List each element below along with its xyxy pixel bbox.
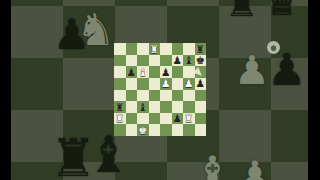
square-b8[interactable] bbox=[126, 43, 138, 55]
square-g6[interactable] bbox=[183, 66, 195, 78]
square-d4[interactable] bbox=[149, 90, 161, 102]
square-e7[interactable] bbox=[160, 55, 172, 67]
square-a1[interactable] bbox=[114, 124, 126, 136]
bg-black-rook-icon: ♜ bbox=[225, 0, 259, 22]
bg-black-bishop-icon: ♝ bbox=[86, 130, 131, 180]
square-a3[interactable]: ♜ bbox=[114, 101, 126, 113]
square-d6[interactable] bbox=[149, 66, 161, 78]
bg-white-bishop-icon: ♝ bbox=[192, 150, 233, 180]
square-e8[interactable] bbox=[160, 43, 172, 55]
move-quality-badge bbox=[267, 41, 280, 54]
square-g7[interactable]: ♝ bbox=[183, 55, 195, 67]
square-d3[interactable] bbox=[149, 101, 161, 113]
square-b1[interactable] bbox=[126, 124, 138, 136]
square-d1[interactable] bbox=[149, 124, 161, 136]
white-pawn-piece: ♟ bbox=[161, 78, 170, 89]
square-f6[interactable] bbox=[172, 66, 184, 78]
square-h7[interactable]: ♚ bbox=[195, 55, 207, 67]
square-g3[interactable] bbox=[183, 101, 195, 113]
white-rook-piece: ♜ bbox=[184, 113, 193, 124]
square-e2[interactable] bbox=[160, 113, 172, 125]
black-bishop-piece: ♝ bbox=[184, 55, 193, 66]
black-pawn-piece: ♟ bbox=[161, 67, 170, 78]
square-f3[interactable] bbox=[172, 101, 184, 113]
black-pawn-piece: ♟ bbox=[173, 55, 182, 66]
square-f5[interactable] bbox=[172, 78, 184, 90]
square-f2[interactable]: ♟ bbox=[172, 113, 184, 125]
square-f7[interactable]: ♟ bbox=[172, 55, 184, 67]
square-a2[interactable]: ♜ bbox=[114, 113, 126, 125]
black-pawn-piece: ♟ bbox=[173, 113, 182, 124]
bg-white-knight-icon: ♞ bbox=[76, 8, 115, 52]
bg-black-queen-icon: ♛ bbox=[263, 0, 301, 22]
bg-white-pawn-icon: ♟ bbox=[236, 156, 274, 180]
black-king-piece: ♚ bbox=[196, 55, 205, 66]
black-rook-piece: ♜ bbox=[196, 44, 205, 55]
bg-white-pawn-icon: ♟ bbox=[234, 50, 270, 90]
white-bishop-piece: ♝ bbox=[138, 67, 147, 78]
square-h3[interactable] bbox=[195, 101, 207, 113]
square-b5[interactable] bbox=[126, 78, 138, 90]
square-f8[interactable] bbox=[172, 43, 184, 55]
square-g1[interactable] bbox=[183, 124, 195, 136]
square-c3[interactable]: ♝ bbox=[137, 101, 149, 113]
square-b3[interactable] bbox=[126, 101, 138, 113]
video-frame: ♟♞♜♛♟♟♜♝♝♟ ♜♜♟♝♚♟♝♟♟♟♟♜♝♜♟♜♚ bbox=[0, 0, 320, 180]
square-e6[interactable]: ♟ bbox=[160, 66, 172, 78]
square-h1[interactable] bbox=[195, 124, 207, 136]
square-a5[interactable] bbox=[114, 78, 126, 90]
square-d8[interactable]: ♜ bbox=[149, 43, 161, 55]
square-d2[interactable] bbox=[149, 113, 161, 125]
square-b6[interactable]: ♟ bbox=[126, 66, 138, 78]
white-rook-piece: ♜ bbox=[115, 113, 124, 124]
square-d5[interactable] bbox=[149, 78, 161, 90]
square-g5[interactable]: ♟ bbox=[183, 78, 195, 90]
square-b7[interactable] bbox=[126, 55, 138, 67]
square-c7[interactable] bbox=[137, 55, 149, 67]
bg-black-pawn-icon: ♟ bbox=[267, 48, 306, 92]
square-e1[interactable] bbox=[160, 124, 172, 136]
square-g8[interactable] bbox=[183, 43, 195, 55]
square-f4[interactable] bbox=[172, 90, 184, 102]
square-h2[interactable] bbox=[195, 113, 207, 125]
square-e4[interactable] bbox=[160, 90, 172, 102]
black-pawn-piece: ♟ bbox=[127, 67, 136, 78]
square-h4[interactable] bbox=[195, 90, 207, 102]
white-king-piece: ♚ bbox=[138, 125, 147, 136]
square-a7[interactable] bbox=[114, 55, 126, 67]
black-rook-piece: ♜ bbox=[115, 102, 124, 113]
square-f1[interactable] bbox=[172, 124, 184, 136]
square-b4[interactable] bbox=[126, 90, 138, 102]
black-bishop-piece: ♝ bbox=[138, 102, 147, 113]
square-h8[interactable]: ♜ bbox=[195, 43, 207, 55]
square-g4[interactable] bbox=[183, 90, 195, 102]
square-c5[interactable] bbox=[137, 78, 149, 90]
square-h5[interactable]: ♟ bbox=[195, 78, 207, 90]
black-pawn-piece: ♟ bbox=[196, 78, 205, 89]
square-c1[interactable]: ♚ bbox=[137, 124, 149, 136]
square-a8[interactable] bbox=[114, 43, 126, 55]
square-c2[interactable] bbox=[137, 113, 149, 125]
square-a6[interactable] bbox=[114, 66, 126, 78]
square-e3[interactable] bbox=[160, 101, 172, 113]
chess-board: ♜♜♟♝♚♟♝♟♟♟♟♜♝♜♟♜♚ bbox=[114, 43, 206, 136]
white-rook-piece: ♜ bbox=[150, 44, 159, 55]
square-a4[interactable] bbox=[114, 90, 126, 102]
square-g2[interactable]: ♜ bbox=[183, 113, 195, 125]
square-b2[interactable] bbox=[126, 113, 138, 125]
square-c8[interactable] bbox=[137, 43, 149, 55]
square-c4[interactable] bbox=[137, 90, 149, 102]
square-d7[interactable] bbox=[149, 55, 161, 67]
square-c6[interactable]: ♝ bbox=[137, 66, 149, 78]
white-pawn-piece: ♟ bbox=[184, 78, 193, 89]
square-e5[interactable]: ♟ bbox=[160, 78, 172, 90]
